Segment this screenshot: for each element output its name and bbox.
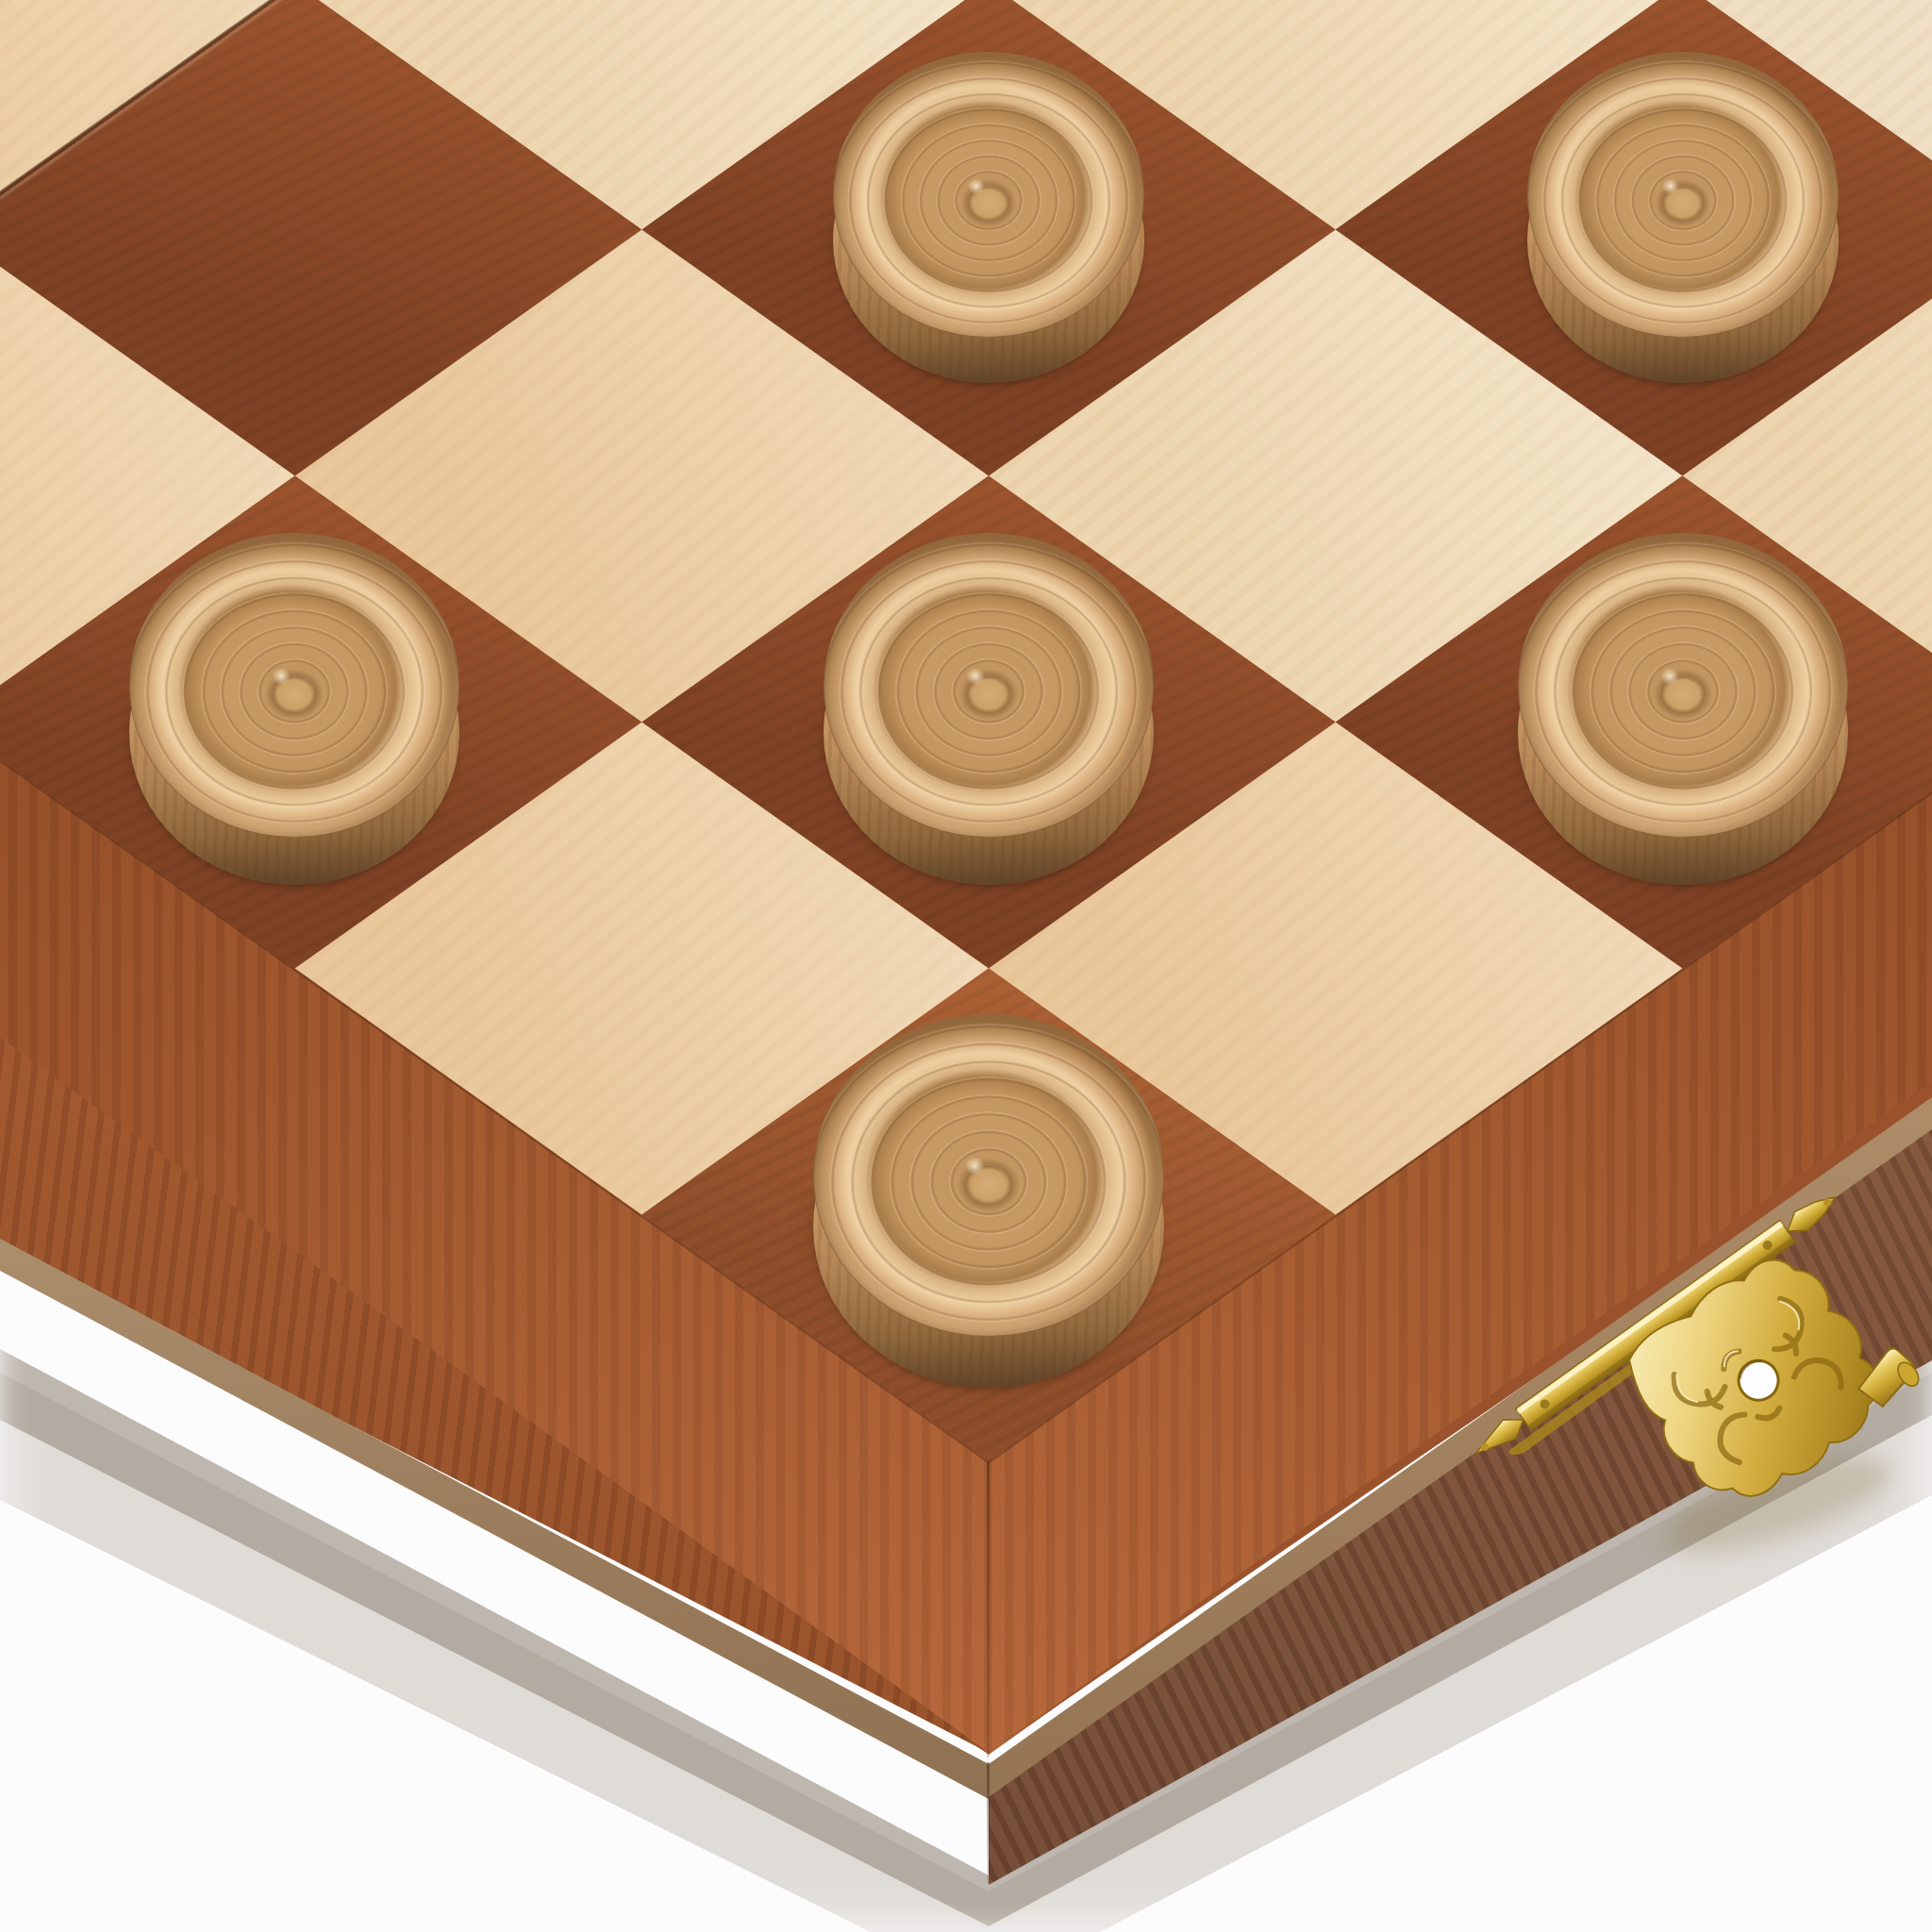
checker-piece[interactable] bbox=[813, 1014, 1164, 1388]
piece-top-face bbox=[813, 1014, 1164, 1337]
box-corner-edge bbox=[987, 1762, 990, 1883]
piece-top-face bbox=[1527, 52, 1839, 338]
checker-piece[interactable] bbox=[1518, 533, 1849, 886]
checker-piece[interactable] bbox=[833, 52, 1144, 383]
brass-clasp-icon bbox=[1467, 1165, 1932, 1561]
frame-miter-seam bbox=[987, 1461, 990, 1757]
board-photo-scene bbox=[0, 0, 1932, 1932]
piece-top-face bbox=[129, 533, 460, 838]
piece-top-face bbox=[1518, 533, 1849, 838]
checker-piece[interactable] bbox=[1527, 52, 1839, 383]
piece-top-face bbox=[833, 52, 1144, 338]
checker-piece[interactable] bbox=[824, 533, 1155, 886]
checker-piece[interactable] bbox=[129, 533, 460, 886]
piece-top-face bbox=[824, 533, 1155, 838]
